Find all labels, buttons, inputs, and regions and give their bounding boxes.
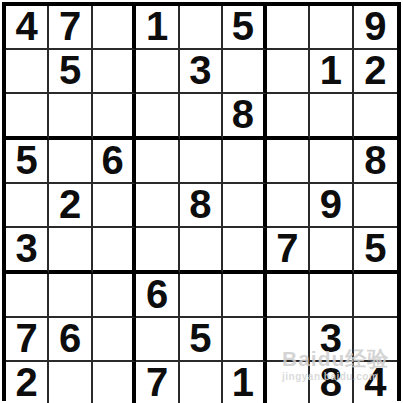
cell-r2c8-given: 1 xyxy=(310,50,353,94)
cell-r3c8-empty[interactable] xyxy=(310,94,353,140)
cell-r7c9-empty[interactable] xyxy=(354,274,397,318)
cell-r6c2-empty[interactable] xyxy=(49,228,92,274)
cell-r4c2-empty[interactable] xyxy=(49,140,92,184)
cell-r2c6-empty[interactable] xyxy=(223,50,266,94)
cell-r9c3-empty[interactable] xyxy=(93,362,136,403)
cell-r1c8-empty[interactable] xyxy=(310,6,353,50)
cell-r2c5-given: 3 xyxy=(180,50,223,94)
cell-r1c9-given: 9 xyxy=(354,6,397,50)
cell-r6c5-empty[interactable] xyxy=(180,228,223,274)
cell-r9c4-given: 7 xyxy=(136,362,179,403)
cell-r7c8-empty[interactable] xyxy=(310,274,353,318)
cell-r2c2-given: 5 xyxy=(49,50,92,94)
cell-r7c5-empty[interactable] xyxy=(180,274,223,318)
cell-r8c2-given: 6 xyxy=(49,318,92,362)
cell-r7c7-empty[interactable] xyxy=(267,274,310,318)
cell-r1c2-given: 7 xyxy=(49,6,92,50)
cell-r6c4-empty[interactable] xyxy=(136,228,179,274)
cell-r3c9-empty[interactable] xyxy=(354,94,397,140)
cell-r2c4-empty[interactable] xyxy=(136,50,179,94)
cell-r5c3-empty[interactable] xyxy=(93,184,136,228)
cell-r4c6-empty[interactable] xyxy=(223,140,266,184)
cell-r9c6-given: 1 xyxy=(223,362,266,403)
cell-r2c7-empty[interactable] xyxy=(267,50,310,94)
cell-r5c1-empty[interactable] xyxy=(6,184,49,228)
sudoku-board: 47159531285682893756765327184 xyxy=(2,2,401,401)
cell-r5c4-empty[interactable] xyxy=(136,184,179,228)
cell-r4c8-empty[interactable] xyxy=(310,140,353,184)
cell-r5c5-given: 8 xyxy=(180,184,223,228)
cell-r8c8-given: 3 xyxy=(310,318,353,362)
cell-r3c7-empty[interactable] xyxy=(267,94,310,140)
cell-r4c9-given: 8 xyxy=(354,140,397,184)
cell-r7c3-empty[interactable] xyxy=(93,274,136,318)
cell-r8c7-empty[interactable] xyxy=(267,318,310,362)
cell-r2c3-empty[interactable] xyxy=(93,50,136,94)
cell-r6c3-empty[interactable] xyxy=(93,228,136,274)
cell-r8c5-given: 5 xyxy=(180,318,223,362)
cell-r6c7-given: 7 xyxy=(267,228,310,274)
cell-r8c1-given: 7 xyxy=(6,318,49,362)
cell-r8c3-empty[interactable] xyxy=(93,318,136,362)
cell-r6c6-empty[interactable] xyxy=(223,228,266,274)
cell-r7c6-empty[interactable] xyxy=(223,274,266,318)
cell-r9c9-given: 4 xyxy=(354,362,397,403)
cell-r1c4-given: 1 xyxy=(136,6,179,50)
cell-r7c4-given: 6 xyxy=(136,274,179,318)
cell-r4c1-given: 5 xyxy=(6,140,49,184)
cell-r2c1-empty[interactable] xyxy=(6,50,49,94)
cell-r5c6-empty[interactable] xyxy=(223,184,266,228)
sudoku-puzzle-screenshot: 47159531285682893756765327184 Baidu经验 ji… xyxy=(0,0,403,403)
cell-r7c1-empty[interactable] xyxy=(6,274,49,318)
cell-r2c9-given: 2 xyxy=(354,50,397,94)
cell-r6c8-empty[interactable] xyxy=(310,228,353,274)
cell-r6c1-given: 3 xyxy=(6,228,49,274)
cell-r9c2-empty[interactable] xyxy=(49,362,92,403)
cell-r1c5-empty[interactable] xyxy=(180,6,223,50)
cell-r8c6-empty[interactable] xyxy=(223,318,266,362)
cell-r5c7-empty[interactable] xyxy=(267,184,310,228)
cell-r8c9-empty[interactable] xyxy=(354,318,397,362)
cell-r4c5-empty[interactable] xyxy=(180,140,223,184)
cell-r5c8-given: 9 xyxy=(310,184,353,228)
cell-r9c5-empty[interactable] xyxy=(180,362,223,403)
cell-r8c4-empty[interactable] xyxy=(136,318,179,362)
cell-r3c2-empty[interactable] xyxy=(49,94,92,140)
cell-r9c7-empty[interactable] xyxy=(267,362,310,403)
cell-r7c2-empty[interactable] xyxy=(49,274,92,318)
cell-r3c4-empty[interactable] xyxy=(136,94,179,140)
cell-r4c7-empty[interactable] xyxy=(267,140,310,184)
cell-r3c1-empty[interactable] xyxy=(6,94,49,140)
cell-r1c1-given: 4 xyxy=(6,6,49,50)
cell-r4c4-empty[interactable] xyxy=(136,140,179,184)
cell-r3c5-empty[interactable] xyxy=(180,94,223,140)
cell-r1c6-given: 5 xyxy=(223,6,266,50)
cell-r1c3-empty[interactable] xyxy=(93,6,136,50)
cell-r3c6-given: 8 xyxy=(223,94,266,140)
cell-r9c1-given: 2 xyxy=(6,362,49,403)
cell-r9c8-given: 8 xyxy=(310,362,353,403)
cell-r1c7-empty[interactable] xyxy=(267,6,310,50)
cell-r6c9-given: 5 xyxy=(354,228,397,274)
cell-r3c3-empty[interactable] xyxy=(93,94,136,140)
cell-r4c3-given: 6 xyxy=(93,140,136,184)
cell-r5c9-empty[interactable] xyxy=(354,184,397,228)
cell-r5c2-given: 2 xyxy=(49,184,92,228)
